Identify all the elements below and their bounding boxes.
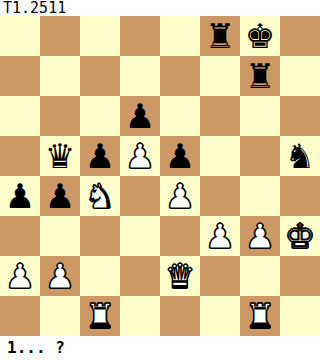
square-f8[interactable]: ♜ xyxy=(200,16,240,56)
square-e5[interactable]: ♟ xyxy=(160,136,200,176)
square-h5[interactable]: ♞ xyxy=(280,136,320,176)
black-king[interactable]: ♚ xyxy=(245,16,275,56)
square-b3[interactable] xyxy=(40,216,80,256)
square-g2[interactable] xyxy=(240,256,280,296)
square-g5[interactable] xyxy=(240,136,280,176)
square-g6[interactable] xyxy=(240,96,280,136)
white-rook[interactable]: ♜ xyxy=(85,296,115,336)
square-b2[interactable]: ♟ xyxy=(40,256,80,296)
square-a7[interactable] xyxy=(0,56,40,96)
white-pawn[interactable]: ♟ xyxy=(205,216,235,256)
black-queen[interactable]: ♛ xyxy=(45,136,75,176)
white-knight[interactable]: ♞ xyxy=(85,176,115,216)
square-c5[interactable]: ♟ xyxy=(80,136,120,176)
square-b7[interactable] xyxy=(40,56,80,96)
square-a5[interactable] xyxy=(0,136,40,176)
square-c3[interactable] xyxy=(80,216,120,256)
square-b5[interactable]: ♛ xyxy=(40,136,80,176)
chess-puzzle-window: T1.2511 ♜♚♜♟♛♟♟♟♞♟♟♞♟♟♟♚♟♟♛♜♜ 1... ? xyxy=(0,0,320,360)
square-e7[interactable] xyxy=(160,56,200,96)
square-c7[interactable] xyxy=(80,56,120,96)
white-king[interactable]: ♚ xyxy=(285,216,315,256)
chess-board[interactable]: ♜♚♜♟♛♟♟♟♞♟♟♞♟♟♟♚♟♟♛♜♜ xyxy=(0,16,320,336)
square-e6[interactable] xyxy=(160,96,200,136)
square-h4[interactable] xyxy=(280,176,320,216)
square-f7[interactable] xyxy=(200,56,240,96)
square-b6[interactable] xyxy=(40,96,80,136)
square-f6[interactable] xyxy=(200,96,240,136)
square-c8[interactable] xyxy=(80,16,120,56)
square-b8[interactable] xyxy=(40,16,80,56)
black-pawn[interactable]: ♟ xyxy=(165,136,195,176)
square-e4[interactable]: ♟ xyxy=(160,176,200,216)
square-a1[interactable] xyxy=(0,296,40,336)
black-rook[interactable]: ♜ xyxy=(245,56,275,96)
square-g3[interactable]: ♟ xyxy=(240,216,280,256)
square-a4[interactable]: ♟ xyxy=(0,176,40,216)
square-b4[interactable]: ♟ xyxy=(40,176,80,216)
square-d1[interactable] xyxy=(120,296,160,336)
white-pawn[interactable]: ♟ xyxy=(5,256,35,296)
square-h2[interactable] xyxy=(280,256,320,296)
white-rook[interactable]: ♜ xyxy=(245,296,275,336)
white-queen[interactable]: ♛ xyxy=(165,256,195,296)
black-rook[interactable]: ♜ xyxy=(205,16,235,56)
square-d6[interactable]: ♟ xyxy=(120,96,160,136)
white-pawn[interactable]: ♟ xyxy=(245,216,275,256)
square-d7[interactable] xyxy=(120,56,160,96)
black-pawn[interactable]: ♟ xyxy=(85,136,115,176)
black-pawn[interactable]: ♟ xyxy=(5,176,35,216)
square-e1[interactable] xyxy=(160,296,200,336)
black-knight[interactable]: ♞ xyxy=(285,136,315,176)
black-pawn[interactable]: ♟ xyxy=(125,96,155,136)
square-c4[interactable]: ♞ xyxy=(80,176,120,216)
square-h8[interactable] xyxy=(280,16,320,56)
square-h7[interactable] xyxy=(280,56,320,96)
white-pawn[interactable]: ♟ xyxy=(45,256,75,296)
square-d4[interactable] xyxy=(120,176,160,216)
move-prompt: 1... ? xyxy=(7,337,65,359)
square-e8[interactable] xyxy=(160,16,200,56)
square-a3[interactable] xyxy=(0,216,40,256)
square-d8[interactable] xyxy=(120,16,160,56)
square-c2[interactable] xyxy=(80,256,120,296)
square-f4[interactable] xyxy=(200,176,240,216)
square-a6[interactable] xyxy=(0,96,40,136)
square-h3[interactable]: ♚ xyxy=(280,216,320,256)
square-f3[interactable]: ♟ xyxy=(200,216,240,256)
black-pawn[interactable]: ♟ xyxy=(45,176,75,216)
square-c6[interactable] xyxy=(80,96,120,136)
white-pawn[interactable]: ♟ xyxy=(125,136,155,176)
square-f2[interactable] xyxy=(200,256,240,296)
square-h1[interactable] xyxy=(280,296,320,336)
square-h6[interactable] xyxy=(280,96,320,136)
square-d2[interactable] xyxy=(120,256,160,296)
square-e2[interactable]: ♛ xyxy=(160,256,200,296)
square-c1[interactable]: ♜ xyxy=(80,296,120,336)
square-e3[interactable] xyxy=(160,216,200,256)
square-g4[interactable] xyxy=(240,176,280,216)
square-g1[interactable]: ♜ xyxy=(240,296,280,336)
square-f5[interactable] xyxy=(200,136,240,176)
square-g8[interactable]: ♚ xyxy=(240,16,280,56)
square-d5[interactable]: ♟ xyxy=(120,136,160,176)
square-g7[interactable]: ♜ xyxy=(240,56,280,96)
square-f1[interactable] xyxy=(200,296,240,336)
puzzle-title: T1.2511 xyxy=(3,0,66,16)
square-d3[interactable] xyxy=(120,216,160,256)
white-pawn[interactable]: ♟ xyxy=(165,176,195,216)
square-a8[interactable] xyxy=(0,16,40,56)
square-b1[interactable] xyxy=(40,296,80,336)
square-a2[interactable]: ♟ xyxy=(0,256,40,296)
